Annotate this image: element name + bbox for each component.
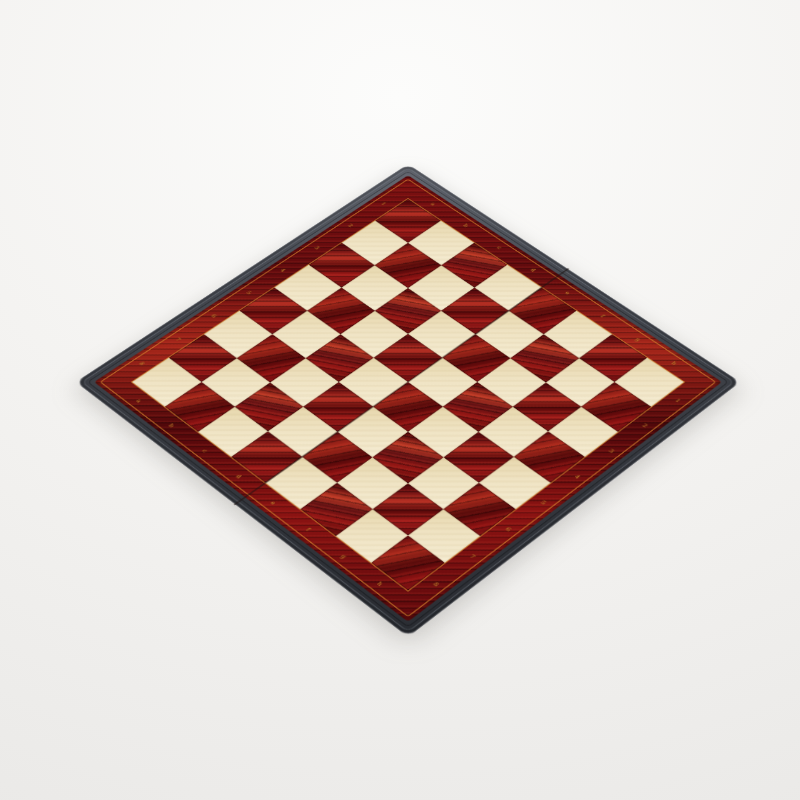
coord-file-bottom-a: a — [135, 398, 143, 403]
coord-rank-right-7: 7 — [468, 554, 476, 560]
coord-rank-left-2: 2 — [347, 223, 354, 228]
coord-file-top-g: g — [634, 337, 641, 342]
coord-file-bottom-h: h — [376, 581, 384, 587]
coord-file-top-c: c — [496, 245, 503, 250]
coord-rank-right-3: 3 — [608, 448, 616, 454]
coord-file-top-a: a — [429, 202, 436, 207]
chessboard: aa11bb22cc33dd44ee55ff66gg77hh88 — [76, 164, 741, 637]
coord-rank-right-2: 2 — [641, 423, 649, 428]
coord-rank-left-1: 1 — [380, 202, 387, 207]
coord-rank-left-6: 6 — [210, 314, 217, 319]
coordinate-labels: aa11bb22cc33dd44ee55ff66gg77hh88 — [76, 164, 741, 637]
coord-rank-right-1: 1 — [674, 398, 681, 403]
coord-rank-left-5: 5 — [245, 290, 252, 295]
coord-rank-right-4: 4 — [574, 474, 582, 480]
coord-rank-right-5: 5 — [539, 500, 547, 506]
coord-file-top-e: e — [564, 290, 571, 295]
coord-rank-left-7: 7 — [174, 337, 182, 342]
coord-file-bottom-e: e — [269, 500, 277, 506]
coord-file-bottom-f: f — [305, 527, 312, 532]
coord-file-bottom-c: c — [201, 448, 208, 453]
coord-file-top-h: h — [670, 361, 677, 366]
coord-file-top-d: d — [529, 268, 536, 273]
coord-file-top-b: b — [462, 223, 469, 228]
coord-rank-left-3: 3 — [313, 245, 320, 250]
coord-file-bottom-b: b — [167, 423, 175, 428]
coord-file-bottom-d: d — [235, 474, 243, 480]
coord-rank-left-4: 4 — [279, 268, 286, 273]
coord-file-top-f: f — [599, 314, 605, 318]
coord-rank-left-8: 8 — [138, 361, 146, 366]
coord-rank-right-8: 8 — [432, 581, 440, 587]
scene: aa11bb22cc33dd44ee55ff66gg77hh88 — [0, 0, 800, 800]
coord-file-bottom-g: g — [340, 554, 348, 560]
coord-rank-right-6: 6 — [504, 527, 512, 533]
